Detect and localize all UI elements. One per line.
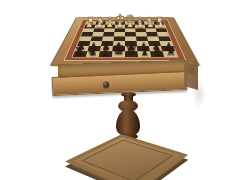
square-a2[interactable]: ♟: [155, 25, 166, 29]
board-perspective-wrap: ♜♞♝♚♛♝♞♜♟♟♟♟♟♟♟♟♟♟♟♟♟♟♟♟♜♞♝♚♛♝♞♜: [50, 0, 200, 66]
cast-shadow: [192, 80, 206, 108]
chess-table-photo: ♜♞♝♚♛♝♞♜♟♟♟♟♟♟♟♟♟♟♟♟♟♟♟♟♜♞♝♚♛♝♞♜: [0, 0, 250, 180]
piece-white-pawn[interactable]: ♟: [151, 20, 170, 28]
chess-board: ♜♞♝♚♛♝♞♜♟♟♟♟♟♟♟♟♟♟♟♟♟♟♟♟♜♞♝♚♛♝♞♜: [71, 21, 178, 57]
drawer-knob-icon[interactable]: [103, 81, 109, 87]
pedestal-baluster: [116, 109, 140, 136]
piece-black-rook[interactable]: ♜: [159, 45, 183, 57]
board-frame: ♜♞♝♚♛♝♞♜♟♟♟♟♟♟♟♟♟♟♟♟♟♟♟♟♜♞♝♚♛♝♞♜: [50, 17, 200, 66]
square-a8[interactable]: ♜: [163, 51, 178, 57]
board-inlay-border: ♜♞♝♚♛♝♞♜♟♟♟♟♟♟♟♟♟♟♟♟♟♟♟♟♜♞♝♚♛♝♞♜: [63, 20, 186, 61]
base-groove: [81, 140, 174, 180]
